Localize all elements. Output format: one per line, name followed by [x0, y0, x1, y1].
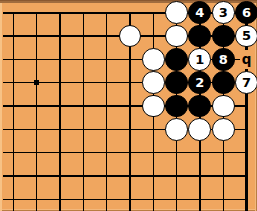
stone-black: 8 [212, 48, 235, 71]
stone-white [212, 95, 235, 118]
stone-white [142, 71, 165, 94]
go-board-diagram: 43651827q [0, 0, 257, 211]
stone-white [142, 95, 165, 118]
stone-white [119, 25, 142, 48]
move-number: 7 [242, 76, 251, 89]
stone-white: 1 [188, 48, 211, 71]
move-number: 3 [219, 6, 228, 19]
stone-black: 4 [188, 1, 211, 24]
stone-black [165, 48, 188, 71]
star-point [34, 80, 40, 86]
point-label-q: q [240, 50, 253, 69]
stone-white [212, 118, 235, 141]
stone-black: 2 [188, 71, 211, 94]
stone-white [165, 1, 188, 24]
stone-white [188, 118, 211, 141]
move-number: 1 [195, 52, 204, 65]
stone-white [165, 118, 188, 141]
stone-black [212, 71, 235, 94]
stone-black [188, 25, 211, 48]
stone-white: 3 [212, 1, 235, 24]
stone-white: 5 [235, 25, 257, 48]
stone-white [142, 48, 165, 71]
board-grid: 43651827q [2, 1, 257, 211]
stone-black [165, 71, 188, 94]
stone-black [188, 95, 211, 118]
move-number: 8 [219, 52, 228, 65]
stone-white: 7 [235, 71, 257, 94]
stone-black [165, 95, 188, 118]
stone-white [165, 25, 188, 48]
move-number: 5 [242, 29, 251, 42]
move-number: 2 [195, 76, 204, 89]
move-number: 4 [195, 6, 204, 19]
move-number: 6 [242, 6, 251, 19]
stone-black [212, 25, 235, 48]
stone-black: 6 [235, 1, 257, 24]
